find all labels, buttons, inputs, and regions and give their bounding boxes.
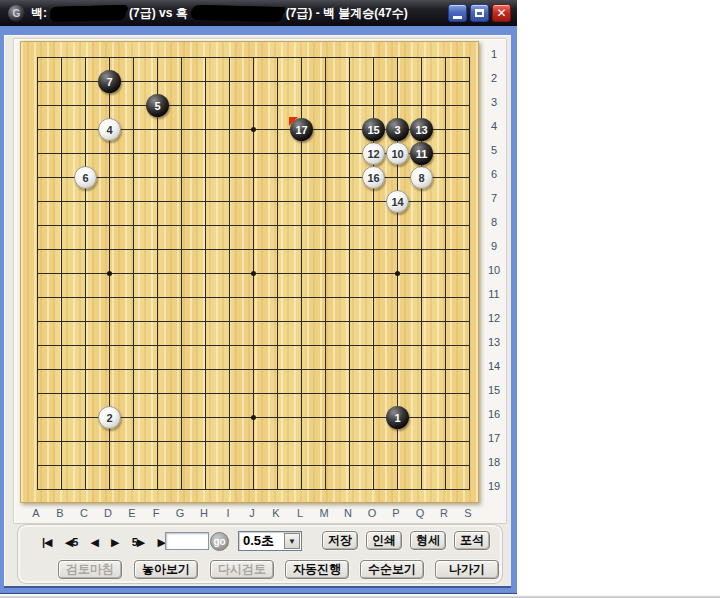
nav-back-1-button[interactable]: ◀ bbox=[90, 536, 97, 549]
stone-move-number: 1 bbox=[394, 412, 400, 424]
opening-button[interactable]: 포석 bbox=[454, 531, 490, 550]
speed-dropdown-value: 0.5초 bbox=[239, 532, 284, 550]
stone-white-move-14-P7: 14 bbox=[386, 190, 409, 213]
redacted-name-black bbox=[191, 5, 283, 22]
titlebar: G 백: (7급) vs 흑 (7급) - 백 불계승(47수) ✕ bbox=[0, 0, 517, 26]
star-point bbox=[107, 271, 112, 276]
stone-black-move-3-P4: 3 bbox=[386, 118, 409, 141]
board-frame: 123456781011121314151617 ABCDEFGHIJKLMNO… bbox=[13, 38, 507, 524]
column-label-D: D bbox=[96, 507, 120, 519]
move-number-input[interactable] bbox=[165, 532, 209, 550]
column-label-C: C bbox=[72, 507, 96, 519]
stone-move-number: 14 bbox=[391, 196, 403, 208]
stone-move-number: 2 bbox=[106, 412, 112, 424]
end-review-button: 검토마침 bbox=[58, 560, 122, 579]
column-label-B: B bbox=[48, 507, 72, 519]
nav-forward-5-button[interactable]: 5▶ bbox=[132, 536, 145, 549]
row-label-4: 4 bbox=[482, 120, 506, 132]
minimize-icon bbox=[453, 16, 462, 19]
column-label-L: L bbox=[288, 507, 312, 519]
save-button[interactable]: 저장 bbox=[322, 531, 358, 550]
go-button[interactable]: go bbox=[210, 532, 229, 551]
nav-first-button[interactable]: |◀ bbox=[42, 536, 52, 549]
nav-forward-1-button[interactable]: ▶ bbox=[111, 536, 118, 549]
row-label-19: 19 bbox=[482, 480, 506, 492]
row-label-15: 15 bbox=[482, 384, 506, 396]
row-label-11: 11 bbox=[482, 288, 506, 300]
chevron-down-icon[interactable]: ▼ bbox=[284, 533, 300, 549]
row-label-14: 14 bbox=[482, 360, 506, 372]
stone-white-move-12-O5: 12 bbox=[362, 142, 385, 165]
stone-black-move-1-P16: 1 bbox=[386, 406, 409, 429]
row-label-2: 2 bbox=[482, 72, 506, 84]
stone-black-move-17-L4: 17 bbox=[290, 118, 313, 141]
stone-black-move-13-Q4: 13 bbox=[410, 118, 433, 141]
column-label-H: H bbox=[192, 507, 216, 519]
stone-move-number: 10 bbox=[391, 148, 403, 160]
stone-move-number: 11 bbox=[416, 148, 428, 160]
star-point bbox=[395, 271, 400, 276]
title-vs-black-player: (7급) vs 흑 bbox=[129, 5, 188, 22]
estimate-button[interactable]: 형세 bbox=[410, 531, 446, 550]
column-label-Q: Q bbox=[408, 507, 432, 519]
speed-dropdown[interactable]: 0.5초 ▼ bbox=[238, 531, 302, 551]
close-icon: ✕ bbox=[496, 7, 506, 19]
replay-controls: |◀◀5◀▶5▶▶| go 0.5초 ▼ 저장인쇄형세포석검토마침놓아보기다시검… bbox=[17, 524, 503, 584]
stone-black-move-7-D2: 7 bbox=[98, 70, 121, 93]
row-label-7: 7 bbox=[482, 192, 506, 204]
column-label-M: M bbox=[312, 507, 336, 519]
row-label-17: 17 bbox=[482, 432, 506, 444]
column-label-I: I bbox=[216, 507, 240, 519]
nav-button-group: |◀◀5◀▶5▶▶| bbox=[42, 533, 167, 551]
star-point bbox=[251, 271, 256, 276]
stone-move-number: 16 bbox=[367, 172, 379, 184]
column-label-R: R bbox=[432, 507, 456, 519]
stone-white-move-2-D16: 2 bbox=[98, 406, 121, 429]
column-label-S: S bbox=[456, 507, 480, 519]
stone-black-move-11-Q5: 11 bbox=[410, 142, 433, 165]
column-label-N: N bbox=[336, 507, 360, 519]
stone-move-number: 17 bbox=[295, 124, 307, 136]
review-again-button: 다시검토 bbox=[210, 560, 274, 579]
stone-move-number: 8 bbox=[418, 172, 424, 184]
stone-move-number: 5 bbox=[154, 100, 160, 112]
title-result: (7급) - 백 불계승(47수) bbox=[286, 5, 408, 22]
stone-white-move-4-D4: 4 bbox=[98, 118, 121, 141]
stone-move-number: 7 bbox=[106, 76, 112, 88]
app-window: G 백: (7급) vs 흑 (7급) - 백 불계승(47수) ✕ 12345… bbox=[0, 0, 517, 594]
column-label-O: O bbox=[360, 507, 384, 519]
stone-move-number: 3 bbox=[394, 124, 400, 136]
row-label-12: 12 bbox=[482, 312, 506, 324]
row-label-13: 13 bbox=[482, 336, 506, 348]
row-label-16: 16 bbox=[482, 408, 506, 420]
star-point bbox=[251, 127, 256, 132]
stone-black-move-15-O4: 15 bbox=[362, 118, 385, 141]
stone-white-move-8-Q6: 8 bbox=[410, 166, 433, 189]
row-label-6: 6 bbox=[482, 168, 506, 180]
exit-button[interactable]: 나가기 bbox=[435, 560, 499, 579]
maximize-button[interactable] bbox=[470, 4, 489, 22]
stone-move-number: 4 bbox=[106, 124, 112, 136]
minimize-button[interactable] bbox=[448, 4, 467, 22]
column-label-P: P bbox=[384, 507, 408, 519]
print-button[interactable]: 인쇄 bbox=[366, 531, 402, 550]
goban[interactable]: 123456781011121314151617 bbox=[20, 41, 479, 503]
stone-white-move-16-O6: 16 bbox=[362, 166, 385, 189]
row-label-3: 3 bbox=[482, 96, 506, 108]
stone-black-move-5-F3: 5 bbox=[146, 94, 169, 117]
row-label-9: 9 bbox=[482, 240, 506, 252]
row-label-1: 1 bbox=[482, 48, 506, 60]
auto-play-button[interactable]: 자동진행 bbox=[285, 560, 349, 579]
column-label-G: G bbox=[168, 507, 192, 519]
row-label-5: 5 bbox=[482, 144, 506, 156]
window-title: 백: (7급) vs 흑 (7급) - 백 불계승(47수) bbox=[31, 5, 448, 22]
column-label-A: A bbox=[24, 507, 48, 519]
stone-move-number: 15 bbox=[367, 124, 379, 136]
column-label-J: J bbox=[240, 507, 264, 519]
stone-white-move-10-P5: 10 bbox=[386, 142, 409, 165]
app-logo-icon: G bbox=[8, 5, 25, 22]
column-label-E: E bbox=[120, 507, 144, 519]
redacted-name-white bbox=[50, 5, 126, 22]
star-point bbox=[251, 415, 256, 420]
nav-back-5-button[interactable]: ◀5 bbox=[65, 536, 78, 549]
stone-move-number: 6 bbox=[82, 172, 88, 184]
close-button[interactable]: ✕ bbox=[492, 4, 511, 22]
stone-move-number: 13 bbox=[415, 124, 427, 136]
stone-white-move-6-C6: 6 bbox=[74, 166, 97, 189]
row-label-8: 8 bbox=[482, 216, 506, 228]
title-white-player: 백: bbox=[31, 5, 47, 22]
stone-move-number: 12 bbox=[367, 148, 379, 160]
window-controls: ✕ bbox=[448, 4, 511, 22]
row-label-10: 10 bbox=[482, 264, 506, 276]
move-list-button[interactable]: 수순보기 bbox=[360, 560, 424, 579]
try-moves-button[interactable]: 놓아보기 bbox=[134, 560, 198, 579]
client-area: 123456781011121314151617 ABCDEFGHIJKLMNO… bbox=[4, 35, 511, 586]
row-label-18: 18 bbox=[482, 456, 506, 468]
maximize-icon bbox=[475, 9, 484, 17]
column-label-F: F bbox=[144, 507, 168, 519]
column-label-K: K bbox=[264, 507, 288, 519]
